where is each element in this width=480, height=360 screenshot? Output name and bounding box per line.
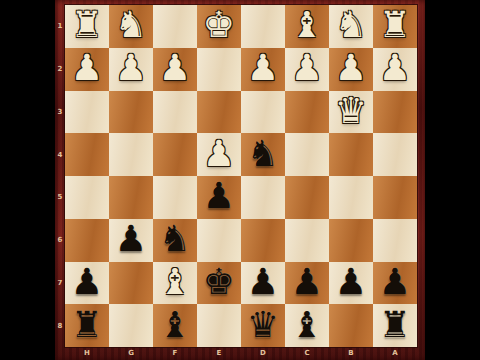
square-b4[interactable] [329, 133, 373, 176]
square-a5[interactable] [373, 176, 417, 219]
rank-label-8: 8 [55, 304, 65, 347]
white-pawn[interactable]: ♟ [203, 136, 235, 172]
rank-label-4: 4 [55, 133, 65, 176]
white-knight[interactable]: ♞ [335, 7, 367, 43]
square-e3[interactable] [197, 91, 241, 134]
white-pawn[interactable]: ♟ [379, 50, 411, 86]
white-pawn[interactable]: ♟ [115, 50, 147, 86]
square-a1[interactable]: ♜ [373, 5, 417, 48]
square-h8[interactable]: ♜ [65, 304, 109, 347]
square-f2[interactable]: ♟ [153, 48, 197, 91]
black-king[interactable]: ♚ [203, 264, 235, 300]
black-pawn[interactable]: ♟ [247, 264, 279, 300]
black-pawn[interactable]: ♟ [203, 178, 235, 214]
square-f4[interactable] [153, 133, 197, 176]
black-pawn[interactable]: ♟ [71, 264, 103, 300]
square-a8[interactable]: ♜ [373, 304, 417, 347]
square-h3[interactable] [65, 91, 109, 134]
square-g4[interactable] [109, 133, 153, 176]
square-h5[interactable] [65, 176, 109, 219]
square-g3[interactable] [109, 91, 153, 134]
black-bishop[interactable]: ♝ [159, 307, 191, 343]
square-f7[interactable]: ♝ [153, 262, 197, 305]
square-e5[interactable]: ♟ [197, 176, 241, 219]
black-bishop[interactable]: ♝ [291, 307, 323, 343]
rank-label-5: 5 [55, 176, 65, 219]
rank-label-3: 3 [55, 91, 65, 134]
square-b6[interactable] [329, 219, 373, 262]
square-f1[interactable] [153, 5, 197, 48]
square-c2[interactable]: ♟ [285, 48, 329, 91]
rank-label-6: 6 [55, 219, 65, 262]
white-rook[interactable]: ♜ [71, 7, 103, 43]
square-c8[interactable]: ♝ [285, 304, 329, 347]
square-f8[interactable]: ♝ [153, 304, 197, 347]
square-c5[interactable] [285, 176, 329, 219]
square-b7[interactable]: ♟ [329, 262, 373, 305]
black-knight[interactable]: ♞ [159, 221, 191, 257]
square-f5[interactable] [153, 176, 197, 219]
square-g5[interactable] [109, 176, 153, 219]
black-queen[interactable]: ♛ [247, 307, 279, 343]
square-e4[interactable]: ♟ [197, 133, 241, 176]
square-e7[interactable]: ♚ [197, 262, 241, 305]
square-e6[interactable] [197, 219, 241, 262]
square-h2[interactable]: ♟ [65, 48, 109, 91]
square-g2[interactable]: ♟ [109, 48, 153, 91]
white-pawn[interactable]: ♟ [247, 50, 279, 86]
file-label-f: F [153, 347, 197, 360]
white-pawn[interactable]: ♟ [335, 50, 367, 86]
square-b2[interactable]: ♟ [329, 48, 373, 91]
white-pawn[interactable]: ♟ [291, 50, 323, 86]
black-rook[interactable]: ♜ [379, 307, 411, 343]
square-c1[interactable]: ♝ [285, 5, 329, 48]
square-d4[interactable]: ♞ [241, 133, 285, 176]
white-king[interactable]: ♚ [203, 7, 235, 43]
video-frame: 12345678 ♜♞♚♝♞♜♟♟♟♟♟♟♟♛♟♞♟♟♞♟♝♚♟♟♟♟♜♝♛♝♜… [0, 0, 480, 360]
square-a7[interactable]: ♟ [373, 262, 417, 305]
white-pawn[interactable]: ♟ [159, 50, 191, 86]
square-d2[interactable]: ♟ [241, 48, 285, 91]
square-e8[interactable] [197, 304, 241, 347]
letterbox-right [425, 0, 480, 360]
square-c3[interactable] [285, 91, 329, 134]
square-f6[interactable]: ♞ [153, 219, 197, 262]
square-d6[interactable] [241, 219, 285, 262]
file-label-e: E [197, 347, 241, 360]
rank-label-7: 7 [55, 262, 65, 305]
square-g1[interactable]: ♞ [109, 5, 153, 48]
square-b1[interactable]: ♞ [329, 5, 373, 48]
square-h6[interactable] [65, 219, 109, 262]
white-rook[interactable]: ♜ [379, 7, 411, 43]
file-label-a: A [373, 347, 417, 360]
square-b3[interactable]: ♛ [329, 91, 373, 134]
square-d8[interactable]: ♛ [241, 304, 285, 347]
square-d3[interactable] [241, 91, 285, 134]
square-c6[interactable] [285, 219, 329, 262]
square-e2[interactable] [197, 48, 241, 91]
black-pawn[interactable]: ♟ [335, 264, 367, 300]
rank-labels: 12345678 [55, 5, 65, 347]
square-b8[interactable] [329, 304, 373, 347]
black-knight[interactable]: ♞ [247, 136, 279, 172]
black-pawn[interactable]: ♟ [115, 221, 147, 257]
square-b5[interactable] [329, 176, 373, 219]
square-c7[interactable]: ♟ [285, 262, 329, 305]
black-rook[interactable]: ♜ [71, 307, 103, 343]
square-a6[interactable] [373, 219, 417, 262]
square-a2[interactable]: ♟ [373, 48, 417, 91]
square-h4[interactable] [65, 133, 109, 176]
file-labels: HGFEDCBA [65, 347, 417, 360]
square-g6[interactable]: ♟ [109, 219, 153, 262]
black-pawn[interactable]: ♟ [379, 264, 411, 300]
black-pawn[interactable]: ♟ [291, 264, 323, 300]
file-label-g: G [109, 347, 153, 360]
square-e1[interactable]: ♚ [197, 5, 241, 48]
square-d5[interactable] [241, 176, 285, 219]
white-queen[interactable]: ♛ [335, 93, 367, 129]
file-label-c: C [285, 347, 329, 360]
letterbox-left [0, 0, 55, 360]
board-frame: 12345678 ♜♞♚♝♞♜♟♟♟♟♟♟♟♛♟♞♟♟♞♟♝♚♟♟♟♟♜♝♛♝♜… [55, 0, 425, 360]
rank-label-1: 1 [55, 5, 65, 48]
file-label-d: D [241, 347, 285, 360]
white-pawn[interactable]: ♟ [71, 50, 103, 86]
rank-label-2: 2 [55, 48, 65, 91]
square-a4[interactable] [373, 133, 417, 176]
square-f3[interactable] [153, 91, 197, 134]
square-a3[interactable] [373, 91, 417, 134]
white-knight[interactable]: ♞ [115, 7, 147, 43]
square-h1[interactable]: ♜ [65, 5, 109, 48]
file-label-b: B [329, 347, 373, 360]
square-c4[interactable] [285, 133, 329, 176]
chess-board: ♜♞♚♝♞♜♟♟♟♟♟♟♟♛♟♞♟♟♞♟♝♚♟♟♟♟♜♝♛♝♜ [65, 5, 417, 347]
square-g8[interactable] [109, 304, 153, 347]
square-d1[interactable] [241, 5, 285, 48]
white-bishop[interactable]: ♝ [159, 264, 191, 300]
file-label-h: H [65, 347, 109, 360]
square-g7[interactable] [109, 262, 153, 305]
square-h7[interactable]: ♟ [65, 262, 109, 305]
white-bishop[interactable]: ♝ [291, 7, 323, 43]
square-d7[interactable]: ♟ [241, 262, 285, 305]
